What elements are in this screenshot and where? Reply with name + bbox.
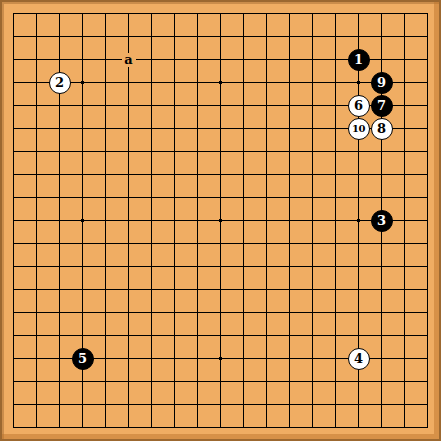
go-board: 12345678910a (0, 0, 441, 441)
stone-white-10: 10 (348, 118, 370, 140)
star-point (219, 81, 222, 84)
label-a: a (122, 53, 136, 67)
star-point (81, 219, 84, 222)
board-grid: 12345678910a (2, 2, 439, 439)
star-point (357, 219, 360, 222)
stone-white-6: 6 (348, 95, 370, 117)
stone-black-3: 3 (371, 210, 393, 232)
stone-black-9: 9 (371, 72, 393, 94)
stone-black-1: 1 (348, 49, 370, 71)
star-point (357, 81, 360, 84)
stone-white-2: 2 (49, 72, 71, 94)
star-point (81, 81, 84, 84)
star-point (219, 219, 222, 222)
stone-black-5: 5 (72, 348, 94, 370)
stone-white-4: 4 (348, 348, 370, 370)
stone-black-7: 7 (371, 95, 393, 117)
star-point (219, 357, 222, 360)
stone-white-8: 8 (371, 118, 393, 140)
